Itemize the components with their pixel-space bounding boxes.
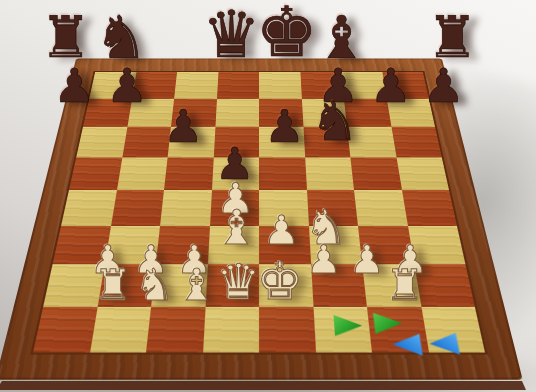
- piece-white-king-e1[interactable]: ♚: [256, 255, 303, 307]
- square-a6[interactable]: [76, 127, 127, 157]
- piece-white-knight-b1[interactable]: ♞: [135, 262, 174, 306]
- square-f5[interactable]: [305, 157, 354, 190]
- square-c4[interactable]: [160, 190, 211, 226]
- piece-white-bishop-c1[interactable]: ♝: [177, 262, 216, 306]
- piece-white-pawn-e3[interactable]: ♟: [263, 210, 299, 250]
- square-d7[interactable]: [215, 98, 259, 126]
- square-e5[interactable]: [259, 157, 307, 190]
- square-c5[interactable]: [164, 157, 213, 190]
- square-c8[interactable]: [174, 72, 218, 98]
- blue-move-hint-marker-g1[interactable]: [390, 332, 427, 358]
- piece-black-pawn-e6[interactable]: ♟: [264, 104, 304, 149]
- blue-move-hint-marker-h1[interactable]: [426, 331, 464, 357]
- piece-black-pawn-g7[interactable]: ♟: [370, 62, 412, 109]
- square-a4[interactable]: [61, 190, 116, 226]
- square-h1[interactable]: [421, 306, 485, 352]
- square-g5[interactable]: [350, 157, 401, 190]
- piece-black-pawn-c6[interactable]: ♟: [163, 104, 203, 149]
- square-e8[interactable]: [259, 72, 301, 98]
- piece-black-pawn-a7[interactable]: ♟: [53, 62, 95, 109]
- square-h6[interactable]: [391, 127, 442, 157]
- piece-black-pawn-h7[interactable]: ♟: [423, 62, 465, 109]
- square-h4[interactable]: [402, 190, 457, 226]
- square-c1[interactable]: [146, 306, 205, 352]
- green-move-hint-marker-g1[interactable]: [370, 311, 406, 336]
- square-d8[interactable]: [217, 72, 259, 98]
- square-h5[interactable]: [396, 157, 449, 190]
- square-b5[interactable]: [117, 157, 168, 190]
- square-g1[interactable]: [367, 306, 429, 352]
- square-b4[interactable]: [111, 190, 164, 226]
- piece-white-rook-h1[interactable]: ♜: [386, 263, 425, 306]
- piece-white-bishop-d3[interactable]: ♝: [215, 203, 258, 251]
- square-f1[interactable]: [313, 306, 372, 352]
- scene: ♜♞♛♚♝♜♟♟♟♟♟♟♟♞♟♟♝♟♞♟♟♟♟♟♟♜♞♝♛♚♜: [0, 0, 536, 392]
- square-b1[interactable]: [90, 306, 152, 352]
- piece-white-pawn-f2[interactable]: ♟: [306, 240, 341, 279]
- piece-white-queen-d1[interactable]: ♛: [216, 258, 260, 307]
- square-e1[interactable]: [259, 306, 315, 352]
- square-g4[interactable]: [354, 190, 407, 226]
- piece-black-king-e8[interactable]: ♚: [256, 0, 318, 67]
- piece-black-pawn-b7[interactable]: ♟: [106, 62, 148, 109]
- square-a1[interactable]: [33, 306, 97, 352]
- green-move-hint-marker-f1[interactable]: [330, 313, 365, 338]
- piece-black-knight-f6[interactable]: ♞: [311, 95, 359, 149]
- square-d1[interactable]: [203, 306, 259, 352]
- piece-black-queen-d8[interactable]: ♛: [202, 2, 260, 67]
- square-a5[interactable]: [69, 157, 122, 190]
- piece-white-pawn-g2[interactable]: ♟: [350, 240, 385, 279]
- piece-white-rook-a1[interactable]: ♜: [94, 263, 133, 306]
